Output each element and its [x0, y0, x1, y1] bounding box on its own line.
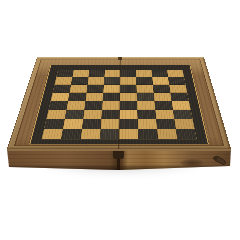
- square-b1: [61, 129, 82, 139]
- square-c2: [82, 119, 101, 129]
- square-h2: [174, 119, 194, 129]
- square-a2: [44, 119, 65, 129]
- square-e3: [119, 110, 137, 119]
- square-f2: [138, 119, 157, 129]
- square-b5: [68, 92, 86, 100]
- square-a8: [56, 70, 73, 77]
- square-b7: [71, 77, 88, 84]
- square-c8: [88, 70, 104, 77]
- square-h3: [173, 110, 193, 119]
- panel-notch: [113, 151, 124, 159]
- square-h8: [167, 70, 184, 77]
- square-d4: [102, 101, 120, 110]
- square-g8: [151, 70, 168, 77]
- square-c7: [87, 77, 104, 84]
- square-c5: [85, 92, 103, 100]
- square-f3: [137, 110, 156, 119]
- square-f6: [136, 85, 153, 93]
- square-d2: [101, 119, 120, 129]
- square-h6: [169, 85, 187, 93]
- square-d7: [104, 77, 120, 84]
- square-e6: [120, 85, 137, 93]
- square-a7: [55, 77, 73, 84]
- square-a4: [49, 101, 68, 110]
- square-a6: [53, 85, 71, 93]
- square-e8: [120, 70, 136, 77]
- square-f7: [136, 77, 153, 84]
- square-e2: [119, 119, 138, 129]
- square-g6: [153, 85, 171, 93]
- square-c6: [86, 85, 103, 93]
- square-e4: [120, 101, 138, 110]
- square-g3: [155, 110, 174, 119]
- square-e1: [119, 129, 138, 139]
- square-h1: [176, 129, 197, 139]
- square-e7: [120, 77, 136, 84]
- square-b3: [65, 110, 84, 119]
- square-a3: [47, 110, 67, 119]
- square-g7: [152, 77, 169, 84]
- square-d3: [101, 110, 119, 119]
- square-h4: [171, 101, 190, 110]
- square-f8: [136, 70, 152, 77]
- square-b2: [63, 119, 83, 129]
- square-a1: [42, 129, 63, 139]
- square-f5: [137, 92, 155, 100]
- square-e5: [120, 92, 137, 100]
- square-d1: [100, 129, 120, 139]
- square-f4: [137, 101, 155, 110]
- square-c1: [80, 129, 100, 139]
- square-b4: [67, 101, 86, 110]
- square-b6: [70, 85, 88, 93]
- square-h5: [170, 92, 188, 100]
- square-a5: [51, 92, 70, 100]
- square-b8: [72, 70, 89, 77]
- square-g1: [157, 129, 177, 139]
- square-h7: [168, 77, 185, 84]
- square-d6: [103, 85, 120, 93]
- square-c4: [84, 101, 102, 110]
- square-g2: [156, 119, 176, 129]
- square-d5: [103, 92, 120, 100]
- board-top-face: [7, 57, 231, 149]
- square-g5: [153, 92, 171, 100]
- square-d8: [104, 70, 120, 77]
- metal-clasp: [212, 154, 228, 168]
- square-c3: [83, 110, 102, 119]
- photo-canvas: [0, 0, 240, 240]
- square-g4: [154, 101, 173, 110]
- square-f1: [138, 129, 158, 139]
- hinge-notch-back: [118, 57, 122, 60]
